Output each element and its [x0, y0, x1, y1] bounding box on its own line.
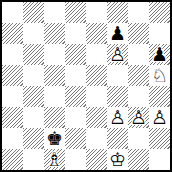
square-b5[interactable]	[23, 65, 44, 86]
square-e7[interactable]	[86, 23, 107, 44]
square-a2[interactable]	[2, 128, 23, 149]
square-c7[interactable]	[44, 23, 65, 44]
square-h7[interactable]	[149, 23, 170, 44]
piece-white-king[interactable]: ♚♔	[107, 149, 128, 170]
square-f7[interactable]: ♟♟	[107, 23, 128, 44]
square-c2[interactable]: ♚♚	[44, 128, 65, 149]
white-bishop-glyph: ♗	[44, 149, 65, 170]
square-g4[interactable]	[128, 86, 149, 107]
square-c8[interactable]	[44, 2, 65, 23]
square-g2[interactable]	[128, 128, 149, 149]
square-g1[interactable]	[128, 149, 149, 170]
square-c6[interactable]	[44, 44, 65, 65]
square-a7[interactable]	[2, 23, 23, 44]
square-e5[interactable]	[86, 65, 107, 86]
square-f6[interactable]: ♟♙	[107, 44, 128, 65]
square-h8[interactable]	[149, 2, 170, 23]
white-knight-glyph: ♘	[149, 65, 170, 86]
white-pawn-glyph: ♙	[107, 44, 128, 65]
square-e8[interactable]	[86, 2, 107, 23]
black-pawn-glyph: ♟	[107, 23, 128, 44]
square-a1[interactable]	[2, 149, 23, 170]
white-pawn-glyph: ♙	[149, 107, 170, 128]
black-pawn-glyph: ♟	[149, 44, 170, 65]
piece-white-bishop[interactable]: ♝♗	[44, 149, 65, 170]
square-f8[interactable]	[107, 2, 128, 23]
square-b6[interactable]	[23, 44, 44, 65]
square-a4[interactable]	[2, 86, 23, 107]
square-f5[interactable]	[107, 65, 128, 86]
square-h5[interactable]: ♞♘	[149, 65, 170, 86]
square-c5[interactable]	[44, 65, 65, 86]
square-f1[interactable]: ♚♔	[107, 149, 128, 170]
square-e2[interactable]	[86, 128, 107, 149]
piece-white-knight[interactable]: ♞♘	[149, 65, 170, 86]
piece-white-pawn[interactable]: ♟♙	[107, 44, 128, 65]
piece-black-pawn[interactable]: ♟♟	[149, 44, 170, 65]
white-king-glyph: ♔	[107, 149, 128, 170]
square-c1[interactable]: ♝♗	[44, 149, 65, 170]
square-c3[interactable]	[44, 107, 65, 128]
chess-board-frame: ♟♟♟♙♟♟♞♘♟♙♟♙♟♙♚♚♝♗♚♔	[0, 0, 172, 172]
square-h4[interactable]	[149, 86, 170, 107]
white-pawn-glyph: ♙	[107, 107, 128, 128]
square-a3[interactable]	[2, 107, 23, 128]
square-f4[interactable]	[107, 86, 128, 107]
piece-white-pawn[interactable]: ♟♙	[107, 107, 128, 128]
square-h6[interactable]: ♟♟	[149, 44, 170, 65]
square-a5[interactable]	[2, 65, 23, 86]
chess-board: ♟♟♟♙♟♟♞♘♟♙♟♙♟♙♚♚♝♗♚♔	[2, 2, 170, 170]
square-g8[interactable]	[128, 2, 149, 23]
square-e4[interactable]	[86, 86, 107, 107]
square-g3[interactable]: ♟♙	[128, 107, 149, 128]
square-b4[interactable]	[23, 86, 44, 107]
piece-white-pawn[interactable]: ♟♙	[128, 107, 149, 128]
square-d6[interactable]	[65, 44, 86, 65]
square-d4[interactable]	[65, 86, 86, 107]
square-b1[interactable]	[23, 149, 44, 170]
square-g6[interactable]	[128, 44, 149, 65]
square-c4[interactable]	[44, 86, 65, 107]
square-g7[interactable]	[128, 23, 149, 44]
square-d1[interactable]	[65, 149, 86, 170]
piece-black-pawn[interactable]: ♟♟	[107, 23, 128, 44]
square-b3[interactable]	[23, 107, 44, 128]
square-a8[interactable]	[2, 2, 23, 23]
black-king-glyph: ♚	[44, 128, 65, 149]
square-e6[interactable]	[86, 44, 107, 65]
square-h3[interactable]: ♟♙	[149, 107, 170, 128]
square-h1[interactable]	[149, 149, 170, 170]
square-b7[interactable]	[23, 23, 44, 44]
square-b8[interactable]	[23, 2, 44, 23]
square-a6[interactable]	[2, 44, 23, 65]
square-d2[interactable]	[65, 128, 86, 149]
square-e3[interactable]	[86, 107, 107, 128]
square-e1[interactable]	[86, 149, 107, 170]
square-g5[interactable]	[128, 65, 149, 86]
square-d3[interactable]	[65, 107, 86, 128]
square-d8[interactable]	[65, 2, 86, 23]
square-b2[interactable]	[23, 128, 44, 149]
square-d5[interactable]	[65, 65, 86, 86]
white-pawn-glyph: ♙	[128, 107, 149, 128]
square-d7[interactable]	[65, 23, 86, 44]
square-f3[interactable]: ♟♙	[107, 107, 128, 128]
piece-black-king[interactable]: ♚♚	[44, 128, 65, 149]
square-f2[interactable]	[107, 128, 128, 149]
piece-white-pawn[interactable]: ♟♙	[149, 107, 170, 128]
square-h2[interactable]	[149, 128, 170, 149]
